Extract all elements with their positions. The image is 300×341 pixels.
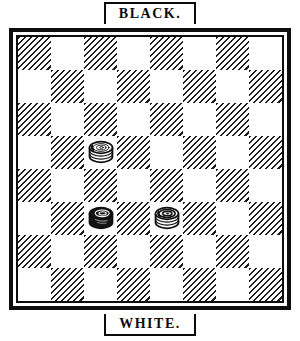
square-h4[interactable] (249, 169, 282, 202)
square-b4[interactable] (51, 169, 84, 202)
square-c8[interactable] (84, 37, 117, 70)
board-grid (18, 37, 282, 301)
square-c3[interactable] (84, 202, 117, 235)
square-c5[interactable] (84, 136, 117, 169)
checkers-board (16, 35, 284, 303)
checker-white-man[interactable] (87, 139, 115, 166)
square-g7[interactable] (216, 70, 249, 103)
checker-black-man[interactable] (87, 205, 115, 232)
square-b8[interactable] (51, 37, 84, 70)
square-a3[interactable] (18, 202, 51, 235)
square-g1[interactable] (216, 268, 249, 301)
square-h3[interactable] (249, 202, 282, 235)
square-e4[interactable] (150, 169, 183, 202)
square-b5[interactable] (51, 136, 84, 169)
square-c7[interactable] (84, 70, 117, 103)
black-side-label-text: BLACK. (119, 7, 181, 21)
square-b7[interactable] (51, 70, 84, 103)
square-h2[interactable] (249, 235, 282, 268)
square-d6[interactable] (117, 103, 150, 136)
square-d8[interactable] (117, 37, 150, 70)
square-e6[interactable] (150, 103, 183, 136)
square-a2[interactable] (18, 235, 51, 268)
square-d1[interactable] (117, 268, 150, 301)
square-g2[interactable] (216, 235, 249, 268)
square-e2[interactable] (150, 235, 183, 268)
square-e5[interactable] (150, 136, 183, 169)
white-side-label: WHITE. (104, 314, 196, 336)
square-g4[interactable] (216, 169, 249, 202)
white-side-label-text: WHITE. (119, 317, 181, 331)
square-h8[interactable] (249, 37, 282, 70)
square-f5[interactable] (183, 136, 216, 169)
square-b2[interactable] (51, 235, 84, 268)
square-e8[interactable] (150, 37, 183, 70)
black-side-label: BLACK. (104, 2, 196, 24)
square-b1[interactable] (51, 268, 84, 301)
square-e3[interactable] (150, 202, 183, 235)
square-a8[interactable] (18, 37, 51, 70)
square-a1[interactable] (18, 268, 51, 301)
square-f7[interactable] (183, 70, 216, 103)
square-g6[interactable] (216, 103, 249, 136)
square-a5[interactable] (18, 136, 51, 169)
square-g3[interactable] (216, 202, 249, 235)
square-h1[interactable] (249, 268, 282, 301)
square-f8[interactable] (183, 37, 216, 70)
checkers-board-frame (9, 28, 291, 310)
square-b6[interactable] (51, 103, 84, 136)
square-a6[interactable] (18, 103, 51, 136)
square-f4[interactable] (183, 169, 216, 202)
square-c6[interactable] (84, 103, 117, 136)
checker-white-man[interactable] (153, 205, 181, 232)
square-f3[interactable] (183, 202, 216, 235)
square-c4[interactable] (84, 169, 117, 202)
square-f6[interactable] (183, 103, 216, 136)
square-b3[interactable] (51, 202, 84, 235)
square-f1[interactable] (183, 268, 216, 301)
square-c2[interactable] (84, 235, 117, 268)
square-d2[interactable] (117, 235, 150, 268)
square-h7[interactable] (249, 70, 282, 103)
square-f2[interactable] (183, 235, 216, 268)
square-g5[interactable] (216, 136, 249, 169)
square-e7[interactable] (150, 70, 183, 103)
square-d4[interactable] (117, 169, 150, 202)
square-d5[interactable] (117, 136, 150, 169)
draughts-diagram-page: BLACK. (0, 0, 300, 341)
square-h6[interactable] (249, 103, 282, 136)
square-a4[interactable] (18, 169, 51, 202)
square-a7[interactable] (18, 70, 51, 103)
square-d3[interactable] (117, 202, 150, 235)
square-g8[interactable] (216, 37, 249, 70)
square-d7[interactable] (117, 70, 150, 103)
square-h5[interactable] (249, 136, 282, 169)
square-c1[interactable] (84, 268, 117, 301)
square-e1[interactable] (150, 268, 183, 301)
